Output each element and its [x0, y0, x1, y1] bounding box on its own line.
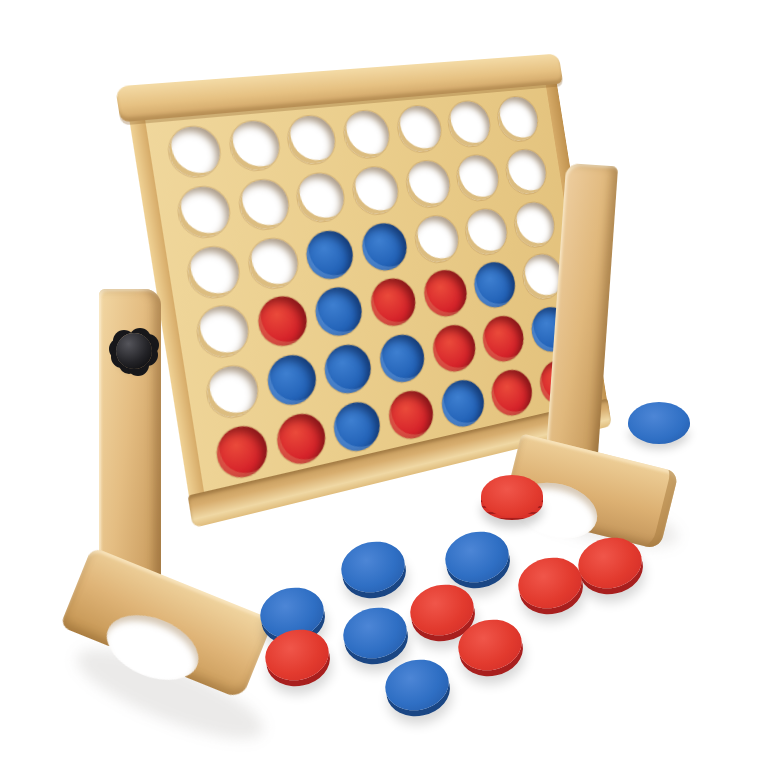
cell-c4-r6[interactable]: [380, 381, 441, 449]
cell-c5-r6[interactable]: [433, 371, 492, 437]
loose-blue-disc[interactable]: [339, 602, 412, 664]
loose-blue-disc[interactable]: [441, 526, 514, 588]
red-disc: [489, 366, 535, 419]
cell-c1-r4[interactable]: [188, 297, 258, 367]
blue-disc: [264, 352, 319, 410]
loose-blue-disc[interactable]: [381, 654, 454, 716]
cell-c5-r3[interactable]: [406, 208, 466, 270]
empty-hole: [394, 104, 443, 154]
empty-hole: [454, 153, 501, 202]
blue-disc: [331, 398, 383, 455]
blue-disc: [471, 260, 518, 311]
pivot-knob[interactable]: [116, 333, 152, 369]
empty-hole: [503, 148, 548, 196]
empty-hole: [195, 303, 252, 361]
loose-blue-disc[interactable]: [337, 536, 410, 598]
cell-c1-r3[interactable]: [178, 238, 248, 307]
empty-hole: [512, 200, 557, 249]
cell-c6-r6[interactable]: [483, 361, 540, 425]
cell-c1-r2[interactable]: [169, 178, 240, 246]
red-disc: [368, 276, 419, 330]
blue-disc: [313, 284, 366, 339]
cell-c4-r4[interactable]: [362, 270, 424, 335]
cell-c3-r2[interactable]: [288, 165, 353, 229]
blue-disc: [438, 376, 486, 430]
cell-c5-r2[interactable]: [398, 153, 458, 214]
empty-hole: [350, 165, 401, 217]
red-disc: [480, 313, 527, 365]
cell-c3-r3[interactable]: [298, 222, 363, 288]
cell-c3-r4[interactable]: [307, 279, 371, 346]
blue-disc: [359, 220, 410, 273]
blue-disc: [304, 228, 357, 282]
cell-c1-r1[interactable]: [159, 119, 230, 185]
cell-c2-r4[interactable]: [249, 288, 316, 357]
red-disc: [430, 322, 478, 376]
empty-hole: [495, 95, 540, 142]
cell-c6-r3[interactable]: [458, 201, 515, 262]
blue-disc: [322, 341, 375, 397]
cell-c4-r1[interactable]: [335, 104, 397, 166]
cell-c2-r6[interactable]: [268, 404, 335, 475]
red-disc: [274, 410, 329, 469]
empty-hole: [175, 184, 233, 240]
red-disc: [214, 422, 271, 482]
cell-c7-r3[interactable]: [506, 195, 561, 255]
scene: [0, 0, 768, 768]
cell-c2-r1[interactable]: [221, 114, 289, 179]
empty-hole: [403, 159, 452, 210]
empty-hole: [246, 235, 301, 291]
empty-hole: [285, 114, 338, 166]
empty-hole: [204, 362, 261, 421]
empty-hole: [294, 171, 347, 224]
red-disc: [255, 293, 310, 350]
red-disc: [421, 268, 470, 321]
cell-c4-r2[interactable]: [344, 159, 406, 222]
empty-hole: [236, 177, 291, 231]
cell-c2-r2[interactable]: [230, 172, 298, 238]
loose-red-disc[interactable]: [514, 552, 587, 614]
red-disc: [386, 387, 436, 443]
blue-disc: [377, 331, 427, 386]
cell-c2-r3[interactable]: [239, 230, 306, 297]
cell-c6-r5[interactable]: [475, 308, 532, 371]
empty-hole: [463, 206, 510, 256]
empty-hole: [341, 109, 392, 160]
empty-hole: [446, 100, 493, 149]
cell-c3-r6[interactable]: [325, 392, 389, 461]
empty-hole: [227, 119, 282, 172]
cell-c6-r4[interactable]: [466, 254, 523, 316]
empty-hole: [412, 213, 461, 265]
blue-stack-top-disc: [628, 402, 690, 444]
cell-c7-r2[interactable]: [498, 143, 553, 202]
cell-c5-r1[interactable]: [389, 99, 449, 159]
cell-c4-r3[interactable]: [353, 215, 415, 279]
empty-hole: [166, 124, 224, 179]
cell-c5-r4[interactable]: [415, 262, 474, 326]
cell-c7-r1[interactable]: [490, 90, 546, 147]
cell-c3-r1[interactable]: [279, 108, 344, 171]
cell-c6-r1[interactable]: [440, 95, 498, 154]
empty-hole: [185, 243, 243, 300]
cell-c1-r6[interactable]: [207, 416, 277, 489]
red-stack-top-disc: [481, 475, 543, 517]
cell-c6-r2[interactable]: [449, 148, 507, 208]
